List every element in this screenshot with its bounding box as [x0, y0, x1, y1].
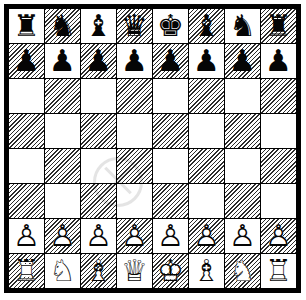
- square-a5: [9, 114, 44, 148]
- square-e3: [153, 184, 188, 218]
- black-bishop: ♝: [85, 9, 112, 43]
- white-king: ♚♔: [157, 254, 184, 288]
- black-knight: ♞: [49, 9, 76, 43]
- square-b5: [45, 114, 80, 148]
- black-pawn: ♟: [13, 44, 40, 78]
- square-a4: [9, 149, 44, 183]
- black-king: ♚: [157, 9, 184, 43]
- square-c6: [81, 79, 116, 113]
- square-b7: ♟: [45, 44, 80, 78]
- square-a8: ♜: [9, 9, 44, 43]
- square-g1: ♞♘: [225, 254, 260, 288]
- black-pawn: ♟: [193, 44, 220, 78]
- square-a7: ♟: [9, 44, 44, 78]
- square-a3: [9, 184, 44, 218]
- square-g8: ♞: [225, 9, 260, 43]
- square-b6: [45, 79, 80, 113]
- square-h1: ♜♖: [261, 254, 296, 288]
- white-rook: ♜♖: [13, 254, 40, 288]
- black-rook: ♜: [13, 9, 40, 43]
- square-e6: [153, 79, 188, 113]
- square-e8: ♚: [153, 9, 188, 43]
- square-b1: ♞♘: [45, 254, 80, 288]
- square-a2: ♟♙: [9, 219, 44, 253]
- square-d6: [117, 79, 152, 113]
- square-e4: [153, 149, 188, 183]
- square-g6: [225, 79, 260, 113]
- square-c8: ♝: [81, 9, 116, 43]
- square-f3: [189, 184, 224, 218]
- square-h5: [261, 114, 296, 148]
- square-a6: [9, 79, 44, 113]
- square-c5: [81, 114, 116, 148]
- square-c3: [81, 184, 116, 218]
- square-d4: [117, 149, 152, 183]
- white-knight: ♞♘: [49, 254, 76, 288]
- white-pawn: ♟♙: [13, 219, 40, 253]
- square-g7: ♟: [225, 44, 260, 78]
- white-pawn: ♟♙: [121, 219, 148, 253]
- square-d2: ♟♙: [117, 219, 152, 253]
- black-pawn: ♟: [121, 44, 148, 78]
- square-c2: ♟♙: [81, 219, 116, 253]
- square-c4: [81, 149, 116, 183]
- square-d5: [117, 114, 152, 148]
- white-queen: ♛♕: [121, 254, 148, 288]
- white-rook: ♜♖: [265, 254, 292, 288]
- square-e1: ♚♔: [153, 254, 188, 288]
- white-pawn: ♟♙: [265, 219, 292, 253]
- square-e5: [153, 114, 188, 148]
- square-b4: [45, 149, 80, 183]
- white-pawn: ♟♙: [229, 219, 256, 253]
- square-g2: ♟♙: [225, 219, 260, 253]
- square-d8: ♛: [117, 9, 152, 43]
- square-b8: ♞: [45, 9, 80, 43]
- white-pawn: ♟♙: [85, 219, 112, 253]
- white-bishop: ♝♗: [193, 254, 220, 288]
- square-c7: ♟: [81, 44, 116, 78]
- black-knight: ♞: [229, 9, 256, 43]
- square-f6: [189, 79, 224, 113]
- square-a1: ♜♖: [9, 254, 44, 288]
- black-pawn: ♟: [49, 44, 76, 78]
- square-f4: [189, 149, 224, 183]
- white-bishop: ♝♗: [85, 254, 112, 288]
- square-d3: [117, 184, 152, 218]
- white-knight: ♞♘: [229, 254, 256, 288]
- black-pawn: ♟: [265, 44, 292, 78]
- square-e7: ♟: [153, 44, 188, 78]
- white-pawn: ♟♙: [193, 219, 220, 253]
- black-pawn: ♟: [229, 44, 256, 78]
- page: ♜♞♝♛♚♝♞♜♟♟♟♟♟♟♟♟♟♙♟♙♟♙♟♙♟♙♟♙♟♙♟♙♜♖♞♘♝♗♛♕…: [0, 0, 306, 300]
- black-rook: ♜: [265, 9, 292, 43]
- square-d1: ♛♕: [117, 254, 152, 288]
- square-f2: ♟♙: [189, 219, 224, 253]
- chess-board: ♜♞♝♛♚♝♞♜♟♟♟♟♟♟♟♟♟♙♟♙♟♙♟♙♟♙♟♙♟♙♟♙♜♖♞♘♝♗♛♕…: [4, 4, 301, 293]
- square-b3: [45, 184, 80, 218]
- square-f5: [189, 114, 224, 148]
- square-h4: [261, 149, 296, 183]
- black-bishop: ♝: [193, 9, 220, 43]
- square-f8: ♝: [189, 9, 224, 43]
- square-f7: ♟: [189, 44, 224, 78]
- square-h6: [261, 79, 296, 113]
- square-h2: ♟♙: [261, 219, 296, 253]
- square-g5: [225, 114, 260, 148]
- square-d7: ♟: [117, 44, 152, 78]
- black-pawn: ♟: [85, 44, 112, 78]
- square-h3: [261, 184, 296, 218]
- square-h7: ♟: [261, 44, 296, 78]
- white-pawn: ♟♙: [157, 219, 184, 253]
- board-grid: ♜♞♝♛♚♝♞♜♟♟♟♟♟♟♟♟♟♙♟♙♟♙♟♙♟♙♟♙♟♙♟♙♜♖♞♘♝♗♛♕…: [9, 9, 296, 288]
- black-pawn: ♟: [157, 44, 184, 78]
- square-e2: ♟♙: [153, 219, 188, 253]
- square-g4: [225, 149, 260, 183]
- black-queen: ♛: [121, 9, 148, 43]
- square-g3: [225, 184, 260, 218]
- square-f1: ♝♗: [189, 254, 224, 288]
- white-pawn: ♟♙: [49, 219, 76, 253]
- square-h8: ♜: [261, 9, 296, 43]
- square-c1: ♝♗: [81, 254, 116, 288]
- square-b2: ♟♙: [45, 219, 80, 253]
